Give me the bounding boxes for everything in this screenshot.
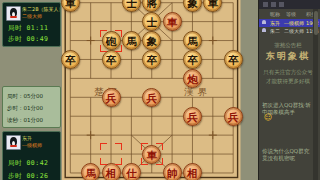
- piece-red-elephant[interactable]: 相: [102, 163, 121, 180]
- player-roster-row[interactable]: 东升一级棋师1962: [259, 19, 320, 27]
- chat-roster-sidebar: 昵称 等级 积分 东升一级棋师1962朱二二级大师1194 茶苑公告栏 东明象棋…: [258, 0, 320, 180]
- sidebar-toolbar[interactable]: [259, 0, 320, 9]
- toolbar-icon[interactable]: [271, 2, 276, 7]
- piece-red-elephant[interactable]: 相: [183, 163, 202, 180]
- toolbar-icon[interactable]: [279, 2, 284, 7]
- toolbar-icon[interactable]: [263, 2, 268, 7]
- row-rank: 一级棋师: [284, 20, 304, 26]
- person-icon: [262, 28, 266, 32]
- scrollbar-thumb[interactable]: [314, 11, 318, 35]
- notice-app-name: 东明象棋: [259, 50, 317, 63]
- notice-line: 才能获得更多好棋: [259, 78, 317, 85]
- piece-black-pawn[interactable]: 卒: [102, 50, 121, 69]
- opponent-game-time: 局时 01:11: [8, 24, 48, 33]
- piece-red-pawn[interactable]: 兵: [102, 88, 121, 107]
- header-rank: 等级: [286, 11, 296, 17]
- self-player-panel: 东升 一级棋师 局时 00:42 步时 00:26: [2, 131, 61, 180]
- notice-title: 茶苑公告栏: [259, 42, 317, 49]
- smiley-emoji-icon: ☺: [264, 114, 272, 122]
- notice-line: 只有关注官方公众号: [259, 69, 317, 76]
- opponent-step-time: 步时 00:49: [8, 35, 48, 44]
- piece-red-chariot[interactable]: 車: [163, 12, 182, 31]
- self-step-time: 步时 00:26: [8, 172, 48, 180]
- piece-black-pawn[interactable]: 卒: [224, 50, 243, 69]
- piece-red-general[interactable]: 帥: [163, 163, 182, 180]
- piece-red-pawn[interactable]: 兵: [142, 88, 161, 107]
- header-nickname: 昵称: [270, 11, 280, 17]
- roster-header: 昵称 等级 积分: [259, 10, 320, 18]
- qq-penguin-avatar: [6, 6, 21, 21]
- player-roster-row[interactable]: 朱二二级大师1194: [259, 27, 320, 35]
- setting-game-time: 局时：05分00: [7, 90, 60, 102]
- opponent-name: 朱二2B（陈某人）: [22, 6, 60, 12]
- chat-message: 你说为什么QQ群究竟没有机密呢: [262, 148, 314, 161]
- last-move-origin-frame: [100, 143, 122, 165]
- piece-red-advisor[interactable]: 仕: [122, 163, 141, 180]
- self-rank: 一级棋师: [22, 142, 42, 148]
- piece-red-pawn[interactable]: 兵: [224, 107, 243, 126]
- piece-red-pawn[interactable]: 兵: [183, 107, 202, 126]
- piece-black-horse[interactable]: 馬: [183, 31, 202, 50]
- last-move-destination-frame: [141, 143, 163, 165]
- setting-step-time: 步时：01分00: [7, 102, 60, 114]
- opponent-player-panel: 朱二2B（陈某人） 二级大师 局时 01:11 步时 00:49: [2, 2, 61, 47]
- qq-penguin-avatar: [6, 135, 21, 150]
- row-nickname: 东升: [270, 20, 280, 26]
- xiangqi-app-window: 楚河漢界 朱二2B（陈某人） 二级大师 局时 01:11 步时 00:49 局时…: [0, 0, 320, 180]
- opponent-rank: 二级大师: [22, 13, 42, 19]
- piece-black-pawn[interactable]: 卒: [183, 50, 202, 69]
- person-icon: [262, 20, 266, 24]
- piece-black-pawn[interactable]: 卒: [61, 50, 80, 69]
- sidebar-scrollbar[interactable]: [313, 9, 318, 180]
- selected-piece-frame: [100, 30, 122, 52]
- row-rank: 二级大师: [284, 28, 304, 34]
- piece-red-horse[interactable]: 馬: [81, 163, 100, 180]
- row-nickname: 朱二: [270, 28, 280, 34]
- self-game-time: 局时 00:42: [8, 159, 48, 168]
- piece-red-cannon[interactable]: 炮: [183, 69, 202, 88]
- setting-countdown: 读秒：01分00: [7, 114, 60, 126]
- piece-black-horse[interactable]: 馬: [122, 31, 141, 50]
- time-settings-panel: 局时：05分00 步时：01分00 读秒：01分00: [2, 86, 61, 128]
- self-name: 东升: [22, 135, 60, 141]
